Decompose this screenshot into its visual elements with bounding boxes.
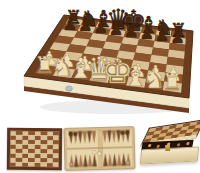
piece-black-pawn-b7: ♟: [78, 15, 93, 35]
piece-black-pawn-g7: ♟: [155, 25, 170, 45]
backgammon-checker: [69, 162, 73, 166]
backgammon-checker: [126, 161, 130, 165]
thumb-closed-board[interactable]: [7, 128, 62, 170]
product-photo: ♜♞♝♛♚♝♞♜♟♟♟♟♟♟♟♟♟♟♟♟♟♟♟♟♜♞♝♛♚♝♞♜: [0, 0, 200, 173]
chess-board-render: ♜♞♝♛♚♝♞♜♟♟♟♟♟♟♟♟♟♟♟♟♟♟♟♟♜♞♝♛♚♝♞♜: [0, 0, 200, 122]
backgammon-checker: [121, 131, 125, 135]
backgammon-checker: [69, 132, 73, 136]
die-icon: [98, 152, 101, 155]
main-photo-chess-board[interactable]: ♜♞♝♛♚♝♞♜♟♟♟♟♟♟♟♟♟♟♟♟♟♟♟♟♜♞♝♛♚♝♞♜: [0, 0, 200, 122]
backgammon-checker: [73, 132, 77, 136]
backgammon-render: [63, 126, 135, 171]
piece-black-pawn-f7: ♟: [140, 23, 155, 43]
metal-clasp-icon: [66, 86, 73, 91]
piece-black-pawn-h7: ♟: [170, 27, 185, 47]
checkerboard-surface: [7, 128, 62, 170]
die-icon: [93, 151, 96, 154]
thumb-half-open-case[interactable]: [136, 119, 200, 172]
thumb-backgammon-open[interactable]: [63, 126, 135, 171]
piece-black-pawn-a7: ♟: [63, 14, 78, 34]
piece-black-pawn-e7: ♟: [124, 21, 139, 41]
case-clasp-icon: [165, 145, 170, 151]
backgammon-checker: [125, 131, 129, 135]
piece-black-pawn-c7: ♟: [93, 17, 108, 37]
piece-white-rook-h1: ♜: [162, 68, 183, 96]
piece-black-pawn-d7: ♟: [109, 19, 124, 39]
